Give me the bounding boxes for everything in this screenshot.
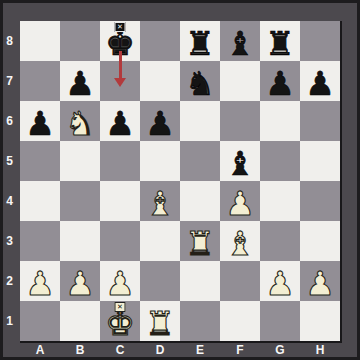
piece-black-pawn[interactable]: ♟ — [305, 67, 335, 100]
file-label-f: F — [220, 342, 260, 359]
square-d8[interactable] — [140, 21, 180, 61]
piece-black-rook[interactable]: ♜ — [265, 27, 295, 60]
rank-label-7: 7 — [0, 61, 19, 101]
square-g6[interactable] — [260, 101, 300, 141]
square-c2[interactable]: ♟ — [100, 261, 140, 301]
piece-black-knight[interactable]: ♞ — [185, 67, 215, 100]
square-e8[interactable]: ♜ — [180, 21, 220, 61]
square-h6[interactable] — [300, 101, 340, 141]
square-c7[interactable] — [100, 61, 140, 101]
square-h2[interactable]: ♟ — [300, 261, 340, 301]
square-h3[interactable] — [300, 221, 340, 261]
piece-black-pawn[interactable]: ♟ — [65, 67, 95, 100]
piece-white-knight[interactable]: ♞ — [65, 107, 95, 140]
king-cross-icon: ✕ — [115, 302, 126, 312]
square-a1[interactable] — [20, 301, 60, 341]
chess-board-frame: ♚✕♜♝♜♟♞♟♟♟♞♟♟♝♝♟♜♝♟♟♟♟♟♚✕♜ 87654321 ABCD… — [0, 0, 360, 360]
file-label-d: D — [140, 342, 180, 359]
square-c4[interactable] — [100, 181, 140, 221]
square-h5[interactable] — [300, 141, 340, 181]
square-c6[interactable]: ♟ — [100, 101, 140, 141]
square-e4[interactable] — [180, 181, 220, 221]
square-g2[interactable]: ♟ — [260, 261, 300, 301]
square-g3[interactable] — [260, 221, 300, 261]
file-label-g: G — [260, 342, 300, 359]
square-a6[interactable]: ♟ — [20, 101, 60, 141]
square-b5[interactable] — [60, 141, 100, 181]
square-a3[interactable] — [20, 221, 60, 261]
square-b1[interactable] — [60, 301, 100, 341]
piece-white-bishop[interactable]: ♝ — [225, 227, 255, 260]
rank-label-2: 2 — [0, 261, 19, 301]
square-f2[interactable] — [220, 261, 260, 301]
square-f4[interactable]: ♟ — [220, 181, 260, 221]
board: ♚✕♜♝♜♟♞♟♟♟♞♟♟♝♝♟♜♝♟♟♟♟♟♚✕♜ — [20, 21, 342, 343]
piece-white-pawn[interactable]: ♟ — [225, 187, 255, 220]
square-g4[interactable] — [260, 181, 300, 221]
square-g1[interactable] — [260, 301, 300, 341]
square-d7[interactable] — [140, 61, 180, 101]
square-e6[interactable] — [180, 101, 220, 141]
piece-black-bishop[interactable]: ♝ — [225, 27, 255, 60]
square-a7[interactable] — [20, 61, 60, 101]
square-f6[interactable] — [220, 101, 260, 141]
square-c8[interactable]: ♚✕ — [100, 21, 140, 61]
square-h1[interactable] — [300, 301, 340, 341]
square-a4[interactable] — [20, 181, 60, 221]
square-e3[interactable]: ♜ — [180, 221, 220, 261]
piece-white-bishop[interactable]: ♝ — [145, 187, 175, 220]
square-f8[interactable]: ♝ — [220, 21, 260, 61]
square-c3[interactable] — [100, 221, 140, 261]
piece-black-pawn[interactable]: ♟ — [265, 67, 295, 100]
square-g8[interactable]: ♜ — [260, 21, 300, 61]
square-b7[interactable]: ♟ — [60, 61, 100, 101]
file-label-h: H — [300, 342, 340, 359]
square-g7[interactable]: ♟ — [260, 61, 300, 101]
piece-black-pawn[interactable]: ♟ — [25, 107, 55, 140]
rank-label-6: 6 — [0, 101, 19, 141]
piece-white-pawn[interactable]: ♟ — [25, 267, 55, 300]
square-h4[interactable] — [300, 181, 340, 221]
square-a8[interactable] — [20, 21, 60, 61]
piece-white-pawn[interactable]: ♟ — [305, 267, 335, 300]
square-f3[interactable]: ♝ — [220, 221, 260, 261]
square-b8[interactable] — [60, 21, 100, 61]
square-f1[interactable] — [220, 301, 260, 341]
rank-label-5: 5 — [0, 141, 19, 181]
piece-white-rook[interactable]: ♜ — [145, 307, 175, 340]
piece-black-bishop[interactable]: ♝ — [225, 147, 255, 180]
square-e2[interactable] — [180, 261, 220, 301]
file-label-c: C — [100, 342, 140, 359]
rank-label-4: 4 — [0, 181, 19, 221]
square-e7[interactable]: ♞ — [180, 61, 220, 101]
square-g5[interactable] — [260, 141, 300, 181]
square-d1[interactable]: ♜ — [140, 301, 180, 341]
square-e5[interactable] — [180, 141, 220, 181]
piece-white-pawn[interactable]: ♟ — [265, 267, 295, 300]
piece-white-pawn[interactable]: ♟ — [65, 267, 95, 300]
king-cross-icon: ✕ — [115, 22, 126, 32]
square-b2[interactable]: ♟ — [60, 261, 100, 301]
square-b4[interactable] — [60, 181, 100, 221]
square-f5[interactable]: ♝ — [220, 141, 260, 181]
rank-label-1: 1 — [0, 301, 19, 341]
square-d5[interactable] — [140, 141, 180, 181]
file-label-b: B — [60, 342, 100, 359]
file-label-e: E — [180, 342, 220, 359]
piece-black-pawn[interactable]: ♟ — [145, 107, 175, 140]
rank-label-8: 8 — [0, 21, 19, 61]
rank-label-3: 3 — [0, 221, 19, 261]
square-d2[interactable] — [140, 261, 180, 301]
square-h7[interactable]: ♟ — [300, 61, 340, 101]
square-c1[interactable]: ♚✕ — [100, 301, 140, 341]
square-f7[interactable] — [220, 61, 260, 101]
piece-white-rook[interactable]: ♜ — [185, 227, 215, 260]
square-b6[interactable]: ♞ — [60, 101, 100, 141]
square-h8[interactable] — [300, 21, 340, 61]
square-d3[interactable] — [140, 221, 180, 261]
piece-black-pawn[interactable]: ♟ — [105, 107, 135, 140]
square-a2[interactable]: ♟ — [20, 261, 60, 301]
square-d6[interactable]: ♟ — [140, 101, 180, 141]
square-c5[interactable] — [100, 141, 140, 181]
square-d4[interactable]: ♝ — [140, 181, 180, 221]
file-label-a: A — [20, 342, 60, 359]
square-e1[interactable] — [180, 301, 220, 341]
piece-black-rook[interactable]: ♜ — [185, 27, 215, 60]
square-a5[interactable] — [20, 141, 60, 181]
piece-white-pawn[interactable]: ♟ — [105, 267, 135, 300]
square-b3[interactable] — [60, 221, 100, 261]
